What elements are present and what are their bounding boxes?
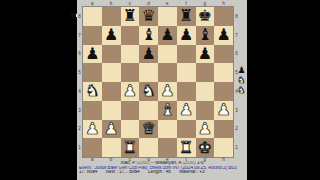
material-balance: Material : +3 — [179, 170, 204, 174]
square-g1[interactable]: ♚ — [196, 138, 215, 157]
square-b1[interactable] — [102, 138, 121, 157]
square-b8[interactable] — [102, 7, 121, 26]
white-player-name: Xiao, P — [120, 161, 135, 165]
next-move: Next : 17... Bxa4 — [106, 170, 140, 174]
rank-label-2: 2 — [234, 120, 239, 139]
piece-white-knight-d4[interactable]: ♞ — [141, 83, 155, 99]
rank-label-7: 7 — [234, 26, 239, 45]
square-c7[interactable] — [121, 26, 140, 45]
moves-line: 17. Nxa4 Next : 17... Bxa4 Length : 46 M… — [79, 170, 245, 175]
piece-white-pawn-g2[interactable]: ♟ — [198, 120, 212, 136]
square-h3[interactable]: ♟ — [214, 101, 233, 120]
square-f2[interactable] — [177, 120, 196, 139]
square-h6[interactable] — [214, 45, 233, 64]
square-d2[interactable]: ♛ — [139, 120, 158, 139]
square-d4[interactable]: ♞ — [139, 82, 158, 101]
rank-label-5: 5 — [77, 63, 82, 82]
square-h2[interactable] — [214, 120, 233, 139]
square-h7[interactable]: ♟ — [214, 26, 233, 45]
piece-white-queen-d2[interactable]: ♛ — [141, 120, 155, 136]
rank-label-3: 3 — [77, 101, 82, 120]
piece-white-pawn-b2[interactable]: ♟ — [104, 120, 118, 136]
piece-black-bishop-d7[interactable]: ♝ — [141, 27, 155, 43]
square-b3[interactable] — [102, 101, 121, 120]
piece-black-pawn-b7[interactable]: ♟ — [104, 27, 118, 43]
square-f5[interactable] — [177, 63, 196, 82]
piece-white-king-g1[interactable]: ♚ — [198, 139, 212, 155]
square-e8[interactable] — [158, 7, 177, 26]
rank-label-1: 1 — [234, 138, 239, 157]
piece-white-knight-a4[interactable]: ♞ — [85, 83, 99, 99]
rank-label-6: 6 — [234, 45, 239, 64]
square-a8[interactable] — [83, 7, 102, 26]
piece-black-pawn-a6[interactable]: ♟ — [85, 45, 99, 61]
rank-label-3: 3 — [234, 101, 239, 120]
square-g3[interactable] — [196, 101, 215, 120]
piece-white-rook-c1[interactable]: ♜ — [123, 139, 137, 155]
piece-black-rook-f8[interactable]: ♜ — [179, 8, 193, 24]
square-d5[interactable] — [139, 63, 158, 82]
square-a5[interactable] — [83, 63, 102, 82]
tray-piece-black-pawn: ♟ — [237, 66, 245, 75]
square-a7[interactable] — [83, 26, 102, 45]
piece-black-pawn-g6[interactable]: ♟ — [198, 45, 212, 61]
black-player-elo: (2530) — [182, 161, 195, 165]
square-c5[interactable] — [121, 63, 140, 82]
piece-black-pawn-h7[interactable]: ♟ — [216, 27, 230, 43]
rank-label-8: 8 — [234, 7, 239, 26]
square-e1[interactable] — [158, 138, 177, 157]
square-b7[interactable]: ♟ — [102, 26, 121, 45]
square-d6[interactable]: ♟ — [139, 45, 158, 64]
move-played: 17. Nxa4 — [79, 170, 97, 174]
piece-white-bishop-e3[interactable]: ♝ — [160, 102, 174, 118]
game-result: 1-0 — [197, 161, 204, 165]
square-f7[interactable]: ♟ — [177, 26, 196, 45]
piece-white-pawn-a2[interactable]: ♟ — [85, 120, 99, 136]
square-g7[interactable]: ♝ — [196, 26, 215, 45]
rank-label-2: 2 — [77, 120, 82, 139]
square-e3[interactable]: ♝ — [158, 101, 177, 120]
square-a6[interactable]: ♟ — [83, 45, 102, 64]
black-player-name: Mikaelyan, A — [155, 161, 181, 165]
square-e7[interactable]: ♟ — [158, 26, 177, 45]
square-a1[interactable] — [83, 138, 102, 157]
game-info-caption: Xiao, P (2350) -- Mikaelyan, A (2530) 1-… — [79, 161, 245, 175]
square-a4[interactable]: ♞ — [83, 82, 102, 101]
chess-gui-panel: abcdefgh abcdefgh 87654321 87654321 ♜♛♜♚… — [77, 0, 247, 180]
square-g4[interactable] — [196, 82, 215, 101]
piece-white-rook-f1[interactable]: ♜ — [179, 139, 193, 155]
piece-black-pawn-f7[interactable]: ♟ — [179, 27, 193, 43]
video-frame: abcdefgh abcdefgh 87654321 87654321 ♜♛♜♚… — [0, 0, 320, 180]
rank-label-8: 8 — [77, 7, 82, 26]
piece-black-bishop-g7[interactable]: ♝ — [198, 27, 212, 43]
piece-black-rook-c8[interactable]: ♜ — [123, 8, 137, 24]
square-h1[interactable] — [214, 138, 233, 157]
square-h4[interactable] — [214, 82, 233, 101]
square-g6[interactable]: ♟ — [196, 45, 215, 64]
square-c3[interactable] — [121, 101, 140, 120]
square-g5[interactable] — [196, 63, 215, 82]
square-a3[interactable] — [83, 101, 102, 120]
rank-label-7: 7 — [77, 26, 82, 45]
tray-piece-white-knight: ♞ — [237, 76, 245, 85]
square-c2[interactable] — [121, 120, 140, 139]
captured-pieces-tray: ♟♞♞ — [236, 66, 247, 95]
square-b6[interactable] — [102, 45, 121, 64]
square-e6[interactable] — [158, 45, 177, 64]
square-f1[interactable]: ♜ — [177, 138, 196, 157]
square-b2[interactable]: ♟ — [102, 120, 121, 139]
rank-labels-left: 87654321 — [77, 7, 82, 157]
square-g8[interactable]: ♚ — [196, 7, 215, 26]
piece-black-queen-d8[interactable]: ♛ — [141, 8, 155, 24]
piece-white-pawn-h3[interactable]: ♟ — [216, 102, 230, 118]
piece-black-pawn-e7[interactable]: ♟ — [160, 27, 174, 43]
square-h5[interactable] — [214, 63, 233, 82]
square-e2[interactable] — [158, 120, 177, 139]
white-player-elo: (2350) — [136, 161, 149, 165]
piece-black-king-g8[interactable]: ♚ — [198, 8, 212, 24]
square-b5[interactable] — [102, 63, 121, 82]
players-separator: -- — [151, 161, 154, 165]
square-f3[interactable]: ♟ — [177, 101, 196, 120]
piece-white-pawn-c4[interactable]: ♟ — [123, 83, 137, 99]
piece-white-pawn-e4[interactable]: ♟ — [160, 83, 174, 99]
game-length: Length : 46 — [148, 170, 171, 174]
square-c8[interactable]: ♜ — [121, 7, 140, 26]
square-e5[interactable] — [158, 63, 177, 82]
square-d8[interactable]: ♛ — [139, 7, 158, 26]
square-d7[interactable]: ♝ — [139, 26, 158, 45]
square-f8[interactable]: ♜ — [177, 7, 196, 26]
square-h8[interactable] — [214, 7, 233, 26]
square-c1[interactable]: ♜ — [121, 138, 140, 157]
square-c6[interactable] — [121, 45, 140, 64]
chess-board: ♜♛♜♚♟♝♟♟♝♟♟♟♟♞♟♞♟♝♟♟♟♟♛♟♜♜♚ — [83, 7, 233, 157]
square-a2[interactable]: ♟ — [83, 120, 102, 139]
square-e4[interactable]: ♟ — [158, 82, 177, 101]
rank-label-1: 1 — [77, 138, 82, 157]
rank-label-6: 6 — [77, 45, 82, 64]
piece-black-pawn-d6[interactable]: ♟ — [141, 45, 155, 61]
tray-piece-white-knight: ♞ — [237, 86, 245, 95]
square-b4[interactable] — [102, 82, 121, 101]
square-d1[interactable] — [139, 138, 158, 157]
square-c4[interactable]: ♟ — [121, 82, 140, 101]
square-d3[interactable] — [139, 101, 158, 120]
square-f4[interactable] — [177, 82, 196, 101]
rank-label-4: 4 — [77, 82, 82, 101]
square-f6[interactable] — [177, 45, 196, 64]
piece-white-pawn-f3[interactable]: ♟ — [179, 102, 193, 118]
square-g2[interactable]: ♟ — [196, 120, 215, 139]
